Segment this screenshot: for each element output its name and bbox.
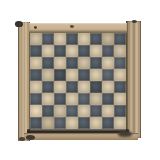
wood-knot xyxy=(70,25,74,28)
square-e7 xyxy=(78,45,90,57)
left-wood-rail xyxy=(18,22,30,141)
checkerboard-tray xyxy=(0,0,160,160)
square-a8 xyxy=(30,33,42,45)
photo-canvas xyxy=(0,0,160,160)
square-a2 xyxy=(30,105,42,117)
square-h2 xyxy=(114,105,126,117)
square-e5 xyxy=(78,69,90,81)
square-g7 xyxy=(102,45,114,57)
square-g6 xyxy=(102,57,114,69)
bottom-stain-mark xyxy=(26,135,35,140)
square-f1 xyxy=(90,117,102,129)
square-f2 xyxy=(90,105,102,117)
square-e3 xyxy=(78,93,90,105)
square-c3 xyxy=(54,93,66,105)
wood-knot xyxy=(34,26,37,29)
square-e6 xyxy=(78,57,90,69)
square-d1 xyxy=(66,117,78,129)
square-c7 xyxy=(54,45,66,57)
square-g2 xyxy=(102,105,114,117)
square-b1 xyxy=(42,117,54,129)
square-a7 xyxy=(30,45,42,57)
square-h7 xyxy=(114,45,126,57)
square-d3 xyxy=(66,93,78,105)
square-f8 xyxy=(90,33,102,45)
square-b7 xyxy=(42,45,54,57)
square-c6 xyxy=(54,57,66,69)
square-h3 xyxy=(114,93,126,105)
square-e2 xyxy=(78,105,90,117)
square-h1 xyxy=(114,117,126,129)
square-c2 xyxy=(54,105,66,117)
square-e4 xyxy=(78,81,90,93)
square-h8 xyxy=(114,33,126,45)
square-h4 xyxy=(114,81,126,93)
square-a5 xyxy=(30,69,42,81)
square-b8 xyxy=(42,33,54,45)
square-d2 xyxy=(66,105,78,117)
right-wood-rail xyxy=(126,21,141,138)
square-d4 xyxy=(66,81,78,93)
square-c1 xyxy=(54,117,66,129)
square-h5 xyxy=(114,69,126,81)
square-a6 xyxy=(30,57,42,69)
square-c4 xyxy=(54,81,66,93)
square-h6 xyxy=(114,57,126,69)
square-c8 xyxy=(54,33,66,45)
square-d5 xyxy=(66,69,78,81)
square-f5 xyxy=(90,69,102,81)
square-f3 xyxy=(90,93,102,105)
square-g8 xyxy=(102,33,114,45)
square-e1 xyxy=(78,117,90,129)
corner-stain-mark xyxy=(15,21,23,27)
square-d6 xyxy=(66,57,78,69)
square-b3 xyxy=(42,93,54,105)
square-e8 xyxy=(78,33,90,45)
square-d7 xyxy=(66,45,78,57)
square-g3 xyxy=(102,93,114,105)
square-f4 xyxy=(90,81,102,93)
rail-stain-mark xyxy=(19,137,25,141)
square-a1 xyxy=(30,117,42,129)
square-b6 xyxy=(42,57,54,69)
square-a3 xyxy=(30,93,42,105)
rail-stain-mark xyxy=(132,20,137,23)
square-f6 xyxy=(90,57,102,69)
square-f7 xyxy=(90,45,102,57)
bottom-stain-mark xyxy=(118,131,132,137)
square-b2 xyxy=(42,105,54,117)
top-wood-strip xyxy=(29,23,127,33)
square-c5 xyxy=(54,69,66,81)
board xyxy=(30,33,126,129)
square-d8 xyxy=(66,33,78,45)
square-g4 xyxy=(102,81,114,93)
square-g1 xyxy=(102,117,114,129)
square-a4 xyxy=(30,81,42,93)
square-g5 xyxy=(102,69,114,81)
square-b5 xyxy=(42,69,54,81)
square-b4 xyxy=(42,81,54,93)
